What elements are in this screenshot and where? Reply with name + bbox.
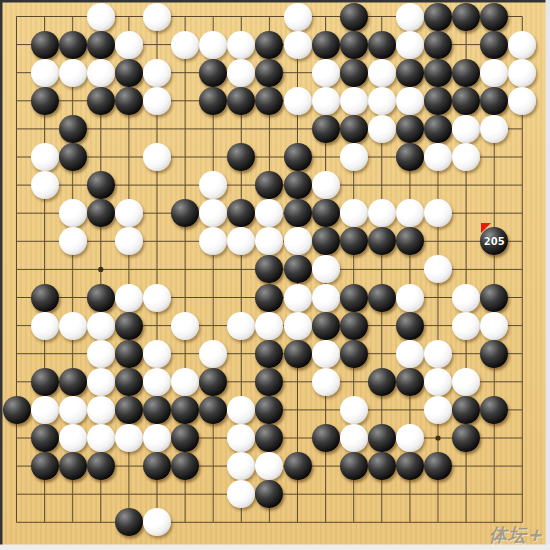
white-stone [508, 59, 536, 87]
black-stone [31, 284, 59, 312]
white-stone [31, 396, 59, 424]
white-stone [227, 31, 255, 59]
white-stone [284, 3, 312, 31]
black-stone [284, 255, 312, 283]
black-stone [312, 115, 340, 143]
white-stone [59, 424, 87, 452]
black-stone [340, 452, 368, 480]
black-stone [115, 59, 143, 87]
white-stone [284, 87, 312, 115]
white-stone [143, 368, 171, 396]
white-stone [284, 227, 312, 255]
black-stone [31, 424, 59, 452]
white-stone [143, 3, 171, 31]
white-stone [143, 59, 171, 87]
white-stone [59, 396, 87, 424]
black-stone [396, 143, 424, 171]
white-stone [312, 171, 340, 199]
black-stone [171, 424, 199, 452]
white-stone [340, 424, 368, 452]
white-stone [396, 87, 424, 115]
black-stone [227, 87, 255, 115]
white-stone [508, 87, 536, 115]
white-stone [31, 59, 59, 87]
white-stone [452, 284, 480, 312]
last-move-flag-icon [481, 223, 491, 233]
white-stone [480, 59, 508, 87]
black-stone [143, 452, 171, 480]
black-stone [59, 143, 87, 171]
white-stone [115, 424, 143, 452]
white-stone [171, 31, 199, 59]
black-stone [424, 3, 452, 31]
black-stone [255, 368, 283, 396]
black-stone [3, 396, 31, 424]
white-stone [87, 340, 115, 368]
white-stone [312, 340, 340, 368]
black-stone [340, 31, 368, 59]
white-stone [59, 312, 87, 340]
white-stone [424, 368, 452, 396]
black-stone [31, 31, 59, 59]
white-stone [396, 31, 424, 59]
white-stone [480, 312, 508, 340]
watermark: 体坛+ [489, 523, 543, 547]
black-stone [31, 452, 59, 480]
black-stone [396, 227, 424, 255]
black-stone [368, 424, 396, 452]
white-stone [396, 3, 424, 31]
black-stone [284, 340, 312, 368]
black-stone [452, 424, 480, 452]
black-stone [284, 143, 312, 171]
white-stone [396, 340, 424, 368]
black-stone [340, 115, 368, 143]
black-stone [59, 368, 87, 396]
white-stone [31, 312, 59, 340]
white-stone [340, 143, 368, 171]
white-stone [227, 396, 255, 424]
black-stone [171, 452, 199, 480]
black-stone [312, 424, 340, 452]
black-stone [396, 312, 424, 340]
black-stone [368, 452, 396, 480]
black-stone [452, 396, 480, 424]
white-stone [227, 59, 255, 87]
black-stone [284, 171, 312, 199]
white-stone [284, 312, 312, 340]
black-stone [340, 59, 368, 87]
white-stone [452, 115, 480, 143]
black-stone [340, 340, 368, 368]
black-stone [115, 87, 143, 115]
black-stone [368, 227, 396, 255]
white-stone [171, 312, 199, 340]
black-stone [115, 368, 143, 396]
black-stone [87, 87, 115, 115]
white-stone [340, 199, 368, 227]
white-stone [480, 115, 508, 143]
white-stone [368, 115, 396, 143]
white-stone [87, 3, 115, 31]
black-stone [59, 115, 87, 143]
black-stone [255, 59, 283, 87]
black-stone [255, 31, 283, 59]
white-stone [171, 368, 199, 396]
white-stone [87, 424, 115, 452]
white-stone [452, 143, 480, 171]
white-stone [396, 284, 424, 312]
black-stone [452, 87, 480, 115]
white-stone [143, 87, 171, 115]
white-stone [143, 340, 171, 368]
white-stone [59, 59, 87, 87]
black-stone [87, 171, 115, 199]
white-stone [31, 143, 59, 171]
black-stone [424, 452, 452, 480]
white-stone [143, 143, 171, 171]
white-stone [424, 340, 452, 368]
white-stone [396, 199, 424, 227]
black-stone [480, 3, 508, 31]
white-stone [255, 312, 283, 340]
black-stone [424, 31, 452, 59]
black-stone [396, 452, 424, 480]
black-stone [31, 87, 59, 115]
white-stone [312, 59, 340, 87]
black-stone [199, 396, 227, 424]
black-stone [115, 312, 143, 340]
black-stone [424, 115, 452, 143]
black-stone [59, 452, 87, 480]
black-stone [480, 284, 508, 312]
black-stone [255, 284, 283, 312]
white-stone [115, 199, 143, 227]
black-stone [87, 199, 115, 227]
white-stone [368, 59, 396, 87]
black-stone [396, 368, 424, 396]
white-stone [340, 87, 368, 115]
white-stone [424, 199, 452, 227]
black-stone [199, 368, 227, 396]
white-stone [340, 396, 368, 424]
black-stone [480, 87, 508, 115]
marked-stone-205: 205 [480, 227, 508, 255]
white-stone [284, 31, 312, 59]
black-stone [480, 31, 508, 59]
black-stone [199, 87, 227, 115]
white-stone [452, 368, 480, 396]
white-stone [396, 424, 424, 452]
black-stone [31, 368, 59, 396]
black-stone [115, 396, 143, 424]
white-stone [87, 312, 115, 340]
white-stone [143, 424, 171, 452]
white-stone [368, 87, 396, 115]
white-stone [284, 284, 312, 312]
white-stone [424, 143, 452, 171]
white-stone [31, 171, 59, 199]
black-stone [452, 3, 480, 31]
black-stone [480, 340, 508, 368]
white-stone [115, 227, 143, 255]
white-stone [312, 255, 340, 283]
black-stone [312, 31, 340, 59]
black-stone [424, 59, 452, 87]
white-stone [312, 284, 340, 312]
black-stone [87, 284, 115, 312]
white-stone [199, 340, 227, 368]
white-stone [227, 312, 255, 340]
white-stone [508, 31, 536, 59]
black-stone [87, 31, 115, 59]
black-stone [312, 312, 340, 340]
white-stone [199, 31, 227, 59]
white-stone [59, 199, 87, 227]
black-stone [312, 227, 340, 255]
black-stone [340, 3, 368, 31]
black-stone [59, 31, 87, 59]
black-stone [199, 59, 227, 87]
white-stone [87, 59, 115, 87]
black-stone [340, 284, 368, 312]
black-stone [284, 199, 312, 227]
black-stone [368, 368, 396, 396]
white-stone [87, 368, 115, 396]
black-stone [340, 227, 368, 255]
black-stone [284, 452, 312, 480]
black-stone [255, 340, 283, 368]
black-stone [396, 115, 424, 143]
black-stone [368, 284, 396, 312]
black-stone [115, 340, 143, 368]
white-stone [312, 368, 340, 396]
black-stone [396, 59, 424, 87]
black-stone [255, 87, 283, 115]
black-stone [340, 312, 368, 340]
white-stone [143, 284, 171, 312]
black-stone [480, 396, 508, 424]
go-board[interactable]: 205 体坛+ [0, 0, 550, 550]
white-stone [452, 312, 480, 340]
black-stone [424, 87, 452, 115]
black-stone [452, 59, 480, 87]
black-stone [312, 199, 340, 227]
black-stone [87, 452, 115, 480]
black-stone [171, 396, 199, 424]
white-stone [368, 199, 396, 227]
white-stone [312, 87, 340, 115]
white-stone [87, 396, 115, 424]
black-stone [143, 396, 171, 424]
white-stone [424, 396, 452, 424]
white-stone [115, 284, 143, 312]
white-stone [59, 227, 87, 255]
black-stone [368, 31, 396, 59]
black-stone [115, 508, 143, 536]
white-stone [115, 31, 143, 59]
